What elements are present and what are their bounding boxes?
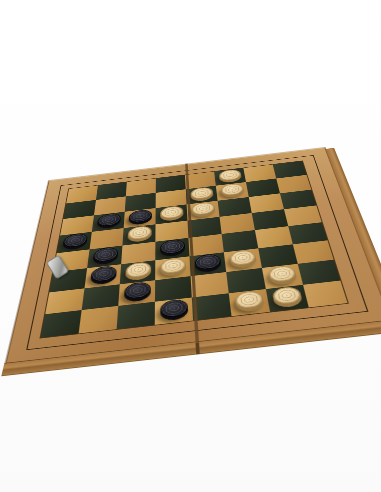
checker-piece-light-c5[interactable] bbox=[127, 227, 151, 243]
checker-piece-light-d6[interactable] bbox=[160, 207, 183, 222]
fold-seam-front bbox=[195, 343, 199, 355]
checker-piece-light-d3[interactable] bbox=[160, 259, 186, 277]
checker-piece-light-f8[interactable] bbox=[218, 170, 241, 183]
checker-piece-dark-e3[interactable] bbox=[194, 255, 221, 273]
checker-piece-dark-c6[interactable] bbox=[128, 211, 152, 226]
checker-piece-dark-a5[interactable] bbox=[62, 235, 88, 251]
checker-piece-light-f7[interactable] bbox=[220, 184, 244, 198]
checker-piece-dark-b4[interactable] bbox=[92, 248, 118, 265]
checker-piece-light-g1[interactable] bbox=[271, 288, 303, 308]
checker-piece-light-e7[interactable] bbox=[190, 188, 213, 202]
checker-piece-light-e6[interactable] bbox=[191, 203, 215, 218]
square-c1[interactable] bbox=[117, 302, 155, 329]
checker-piece-light-f1[interactable] bbox=[234, 293, 264, 313]
square-d1[interactable] bbox=[155, 297, 193, 324]
checker-piece-light-g2[interactable] bbox=[267, 267, 297, 286]
square-e1[interactable] bbox=[192, 293, 232, 320]
checker-piece-dark-b3[interactable] bbox=[89, 267, 116, 285]
checker-piece-dark-d1[interactable] bbox=[160, 301, 188, 321]
checker-piece-light-c3[interactable] bbox=[125, 263, 151, 281]
piece-top-face bbox=[62, 232, 88, 248]
checker-piece-dark-b6[interactable] bbox=[96, 214, 120, 229]
checker-piece-dark-c2[interactable] bbox=[123, 284, 150, 303]
checker-piece-dark-d4[interactable] bbox=[160, 241, 185, 258]
square-h1[interactable] bbox=[303, 281, 348, 308]
checker-piece-light-f3[interactable] bbox=[229, 251, 257, 268]
checkers-board bbox=[5, 147, 381, 364]
product-photo-canvas bbox=[0, 0, 381, 492]
square-a1[interactable] bbox=[41, 310, 82, 338]
square-g1[interactable] bbox=[266, 285, 309, 312]
square-f1[interactable] bbox=[229, 289, 270, 316]
square-b1[interactable] bbox=[79, 306, 119, 334]
